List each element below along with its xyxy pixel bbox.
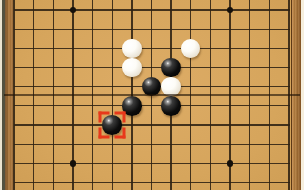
black-stone: [102, 115, 122, 135]
marker-corner: [99, 127, 110, 138]
video-frame: [0, 0, 304, 190]
video-midline-seam: [4, 94, 300, 96]
black-stone: [122, 96, 142, 116]
white-stone: [122, 58, 142, 78]
white-stone: [122, 39, 142, 59]
white-stone: [181, 39, 201, 59]
marker-corner: [99, 111, 110, 122]
black-stone: [161, 58, 181, 78]
black-stone: [161, 96, 181, 116]
last-move-marker: [99, 111, 126, 138]
marker-corner: [115, 127, 126, 138]
